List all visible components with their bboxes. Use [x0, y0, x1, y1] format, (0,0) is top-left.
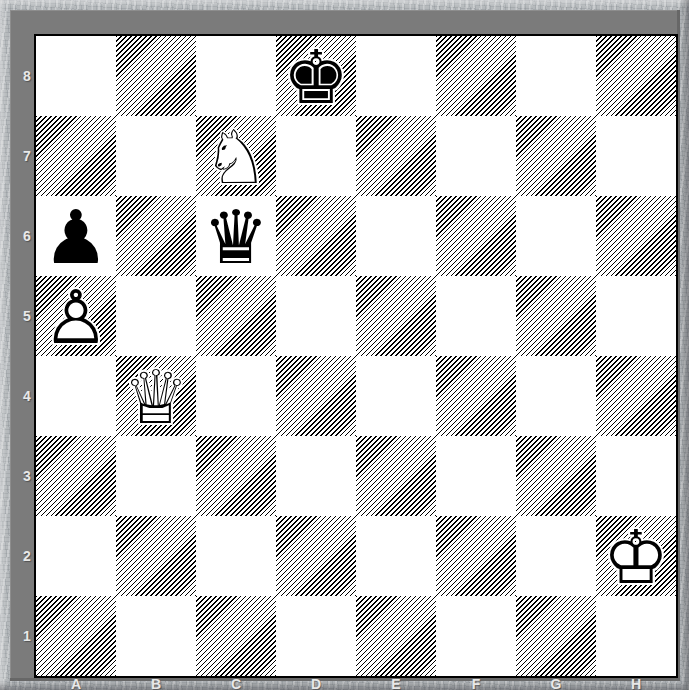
black-pawn[interactable]: ♟♟ — [36, 196, 116, 276]
black-king[interactable]: ♚♚ — [276, 36, 356, 116]
square-a3[interactable] — [36, 436, 116, 516]
black-pawn-glyph: ♟ — [36, 196, 116, 276]
file-label-c: C — [196, 676, 276, 690]
square-h5[interactable] — [596, 276, 676, 356]
rank-label-6: 6 — [20, 196, 34, 276]
white-king[interactable]: ♚♔ — [596, 516, 676, 596]
file-label-f: F — [436, 676, 516, 690]
square-a4[interactable] — [36, 356, 116, 436]
rank-label-8: 8 — [20, 36, 34, 116]
rank-label-5: 5 — [20, 276, 34, 356]
square-e3[interactable] — [356, 436, 436, 516]
square-g2[interactable] — [516, 516, 596, 596]
square-h8[interactable] — [596, 36, 676, 116]
square-h7[interactable] — [596, 116, 676, 196]
file-label-g: G — [516, 676, 596, 690]
square-d8[interactable]: ♚♚ — [276, 36, 356, 116]
square-b7[interactable] — [116, 116, 196, 196]
square-f7[interactable] — [436, 116, 516, 196]
file-label-a: A — [36, 676, 116, 690]
square-b2[interactable] — [116, 516, 196, 596]
square-e5[interactable] — [356, 276, 436, 356]
white-knight[interactable]: ♞♘ — [196, 116, 276, 196]
square-f5[interactable] — [436, 276, 516, 356]
square-a8[interactable] — [36, 36, 116, 116]
square-c5[interactable] — [196, 276, 276, 356]
file-label-b: B — [116, 676, 196, 690]
square-c4[interactable] — [196, 356, 276, 436]
board-frame: 87654321 ABCDEFGH ♚♚♞♘♟♟♛♛♟♙♛♕♚♔ — [10, 10, 680, 681]
square-g4[interactable] — [516, 356, 596, 436]
square-e7[interactable] — [356, 116, 436, 196]
chess-board: ♚♚♞♘♟♟♛♛♟♙♛♕♚♔ — [34, 34, 678, 678]
square-c8[interactable] — [196, 36, 276, 116]
square-a7[interactable] — [36, 116, 116, 196]
square-c7[interactable]: ♞♘ — [196, 116, 276, 196]
square-g1[interactable] — [516, 596, 596, 676]
square-f6[interactable] — [436, 196, 516, 276]
square-a5[interactable]: ♟♙ — [36, 276, 116, 356]
square-g6[interactable] — [516, 196, 596, 276]
square-a1[interactable] — [36, 596, 116, 676]
square-h6[interactable] — [596, 196, 676, 276]
black-king-glyph: ♚ — [276, 36, 356, 116]
square-a6[interactable]: ♟♟ — [36, 196, 116, 276]
square-f8[interactable] — [436, 36, 516, 116]
square-c2[interactable] — [196, 516, 276, 596]
rank-label-3: 3 — [20, 436, 34, 516]
square-e6[interactable] — [356, 196, 436, 276]
square-h2[interactable]: ♚♔ — [596, 516, 676, 596]
square-c6[interactable]: ♛♛ — [196, 196, 276, 276]
square-d1[interactable] — [276, 596, 356, 676]
square-g7[interactable] — [516, 116, 596, 196]
file-label-h: H — [596, 676, 676, 690]
square-b8[interactable] — [116, 36, 196, 116]
black-queen-glyph: ♛ — [196, 196, 276, 276]
rank-labels: 87654321 — [20, 36, 34, 676]
rank-label-2: 2 — [20, 516, 34, 596]
square-c3[interactable] — [196, 436, 276, 516]
white-pawn-glyph: ♙ — [36, 276, 116, 356]
square-d2[interactable] — [276, 516, 356, 596]
square-b3[interactable] — [116, 436, 196, 516]
square-e4[interactable] — [356, 356, 436, 436]
square-g3[interactable] — [516, 436, 596, 516]
square-h3[interactable] — [596, 436, 676, 516]
square-a2[interactable] — [36, 516, 116, 596]
square-b6[interactable] — [116, 196, 196, 276]
white-king-glyph: ♔ — [596, 516, 676, 596]
square-d6[interactable] — [276, 196, 356, 276]
square-f2[interactable] — [436, 516, 516, 596]
white-pawn[interactable]: ♟♙ — [36, 276, 116, 356]
board-outer-border: 87654321 ABCDEFGH ♚♚♞♘♟♟♛♛♟♙♛♕♚♔ — [0, 0, 689, 690]
square-f4[interactable] — [436, 356, 516, 436]
square-e1[interactable] — [356, 596, 436, 676]
square-d3[interactable] — [276, 436, 356, 516]
rank-label-7: 7 — [20, 116, 34, 196]
square-f1[interactable] — [436, 596, 516, 676]
square-d7[interactable] — [276, 116, 356, 196]
white-queen[interactable]: ♛♕ — [116, 356, 196, 436]
square-b4[interactable]: ♛♕ — [116, 356, 196, 436]
file-label-d: D — [276, 676, 356, 690]
black-queen[interactable]: ♛♛ — [196, 196, 276, 276]
square-e8[interactable] — [356, 36, 436, 116]
rank-label-1: 1 — [20, 596, 34, 676]
square-f3[interactable] — [436, 436, 516, 516]
square-d5[interactable] — [276, 276, 356, 356]
file-label-e: E — [356, 676, 436, 690]
square-g5[interactable] — [516, 276, 596, 356]
square-b1[interactable] — [116, 596, 196, 676]
white-queen-glyph: ♕ — [116, 356, 196, 436]
square-g8[interactable] — [516, 36, 596, 116]
square-c1[interactable] — [196, 596, 276, 676]
square-b5[interactable] — [116, 276, 196, 356]
file-labels: ABCDEFGH — [36, 676, 676, 690]
square-h1[interactable] — [596, 596, 676, 676]
square-d4[interactable] — [276, 356, 356, 436]
rank-label-4: 4 — [20, 356, 34, 436]
square-e2[interactable] — [356, 516, 436, 596]
square-h4[interactable] — [596, 356, 676, 436]
white-knight-glyph: ♘ — [196, 116, 276, 196]
